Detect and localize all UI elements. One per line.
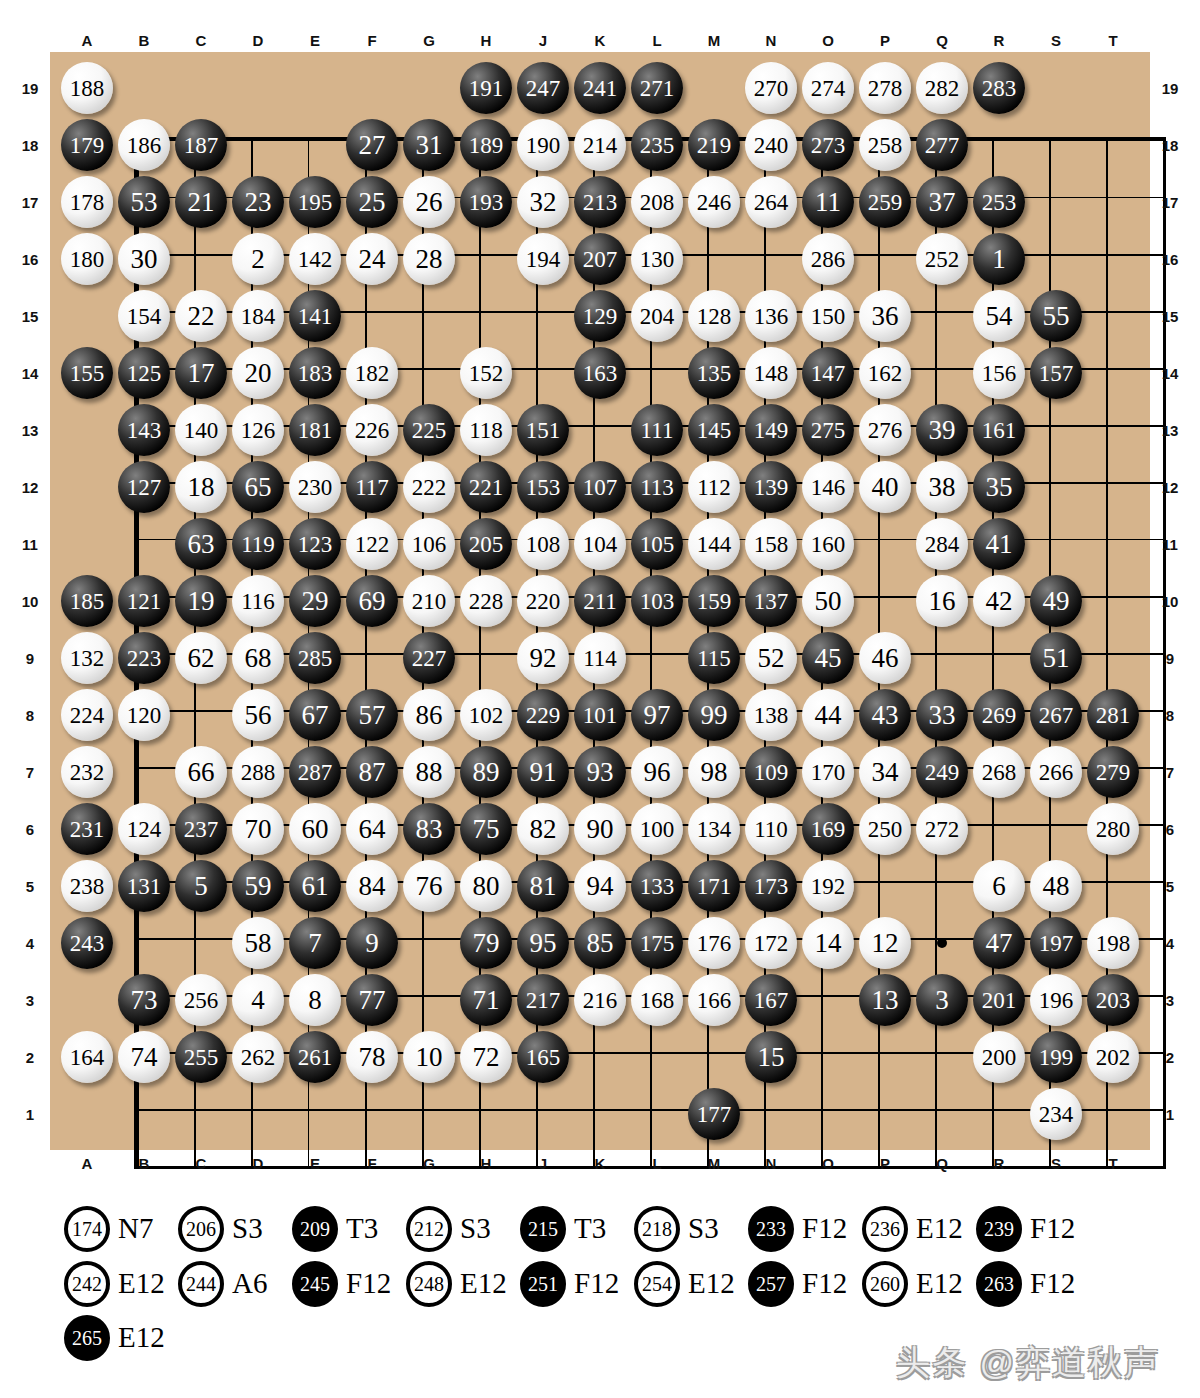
stone-O11: 160 [802,518,854,570]
stone-move-number: 25 [359,189,386,216]
stone-F7: 87 [346,746,398,798]
caption-stone-number: 254 [642,1273,672,1296]
stone-move-number: 280 [1096,818,1131,841]
stone-move-number: 109 [754,761,789,784]
stone-move-number: 118 [469,419,503,442]
stone-K10: 211 [574,575,626,627]
column-label-top: H [481,32,492,49]
caption-stone-174: 174 [64,1206,110,1252]
stone-K4: 85 [574,917,626,969]
stone-K16: 207 [574,233,626,285]
stone-move-number: 130 [640,248,675,271]
stone-move-number: 17 [188,360,215,387]
stone-move-number: 167 [754,989,789,1012]
stone-move-number: 138 [754,704,789,727]
stone-move-number: 57 [359,702,386,729]
stone-A14: 155 [61,347,113,399]
stone-move-number: 51 [1043,645,1070,672]
stone-K7: 93 [574,746,626,798]
stone-move-number: 152 [469,362,504,385]
stone-move-number: 42 [986,588,1013,615]
caption-point-label: E12 [118,1267,165,1300]
row-label-right: 3 [1166,992,1174,1009]
stone-A2: 164 [61,1031,113,1083]
caption-stone-number: 233 [756,1218,786,1241]
stone-D7: 288 [232,746,284,798]
stone-E15: 141 [289,290,341,342]
stone-move-number: 122 [355,533,390,556]
stone-move-number: 213 [583,191,618,214]
stone-move-number: 281 [1096,704,1131,727]
stone-J17: 32 [517,176,569,228]
stone-move-number: 84 [359,873,386,900]
stone-move-number: 187 [184,134,219,157]
stone-move-number: 95 [530,930,557,957]
caption-stone-number: 212 [414,1218,444,1241]
go-diagram: 头条 @弈道秋声 AABBCCDDEEFFGGHHJJKKLLMMNNOOPPQ… [0,0,1200,1398]
stone-move-number: 30 [131,246,158,273]
stone-B6: 124 [118,803,170,855]
column-label-bottom: Q [936,1155,948,1172]
caption-stone-242: 242 [64,1261,110,1307]
stone-move-number: 105 [640,533,675,556]
stone-M1: 177 [688,1088,740,1140]
stone-move-number: 171 [697,875,732,898]
stone-move-number: 151 [526,419,561,442]
stone-move-number: 12 [872,930,899,957]
stone-E11: 123 [289,518,341,570]
stone-move-number: 34 [872,759,899,786]
stone-M5: 171 [688,860,740,912]
stone-move-number: 286 [811,248,846,271]
stone-N7: 109 [745,746,797,798]
stone-S5: 48 [1030,860,1082,912]
stone-K3: 216 [574,974,626,1026]
stone-move-number: 98 [701,759,728,786]
caption-stone-260: 260 [862,1261,908,1307]
stone-S8: 267 [1030,689,1082,741]
column-label-bottom: N [766,1155,777,1172]
stone-R17: 253 [973,176,1025,228]
stone-A5: 238 [61,860,113,912]
stone-move-number: 64 [359,816,386,843]
stone-N11: 158 [745,518,797,570]
stone-D13: 126 [232,404,284,456]
stone-move-number: 53 [131,189,158,216]
stone-L3: 168 [631,974,683,1026]
stone-K8: 101 [574,689,626,741]
stone-move-number: 268 [982,761,1017,784]
stone-J10: 220 [517,575,569,627]
row-label-left: 18 [22,137,39,154]
stone-move-number: 159 [697,590,732,613]
stone-move-number: 183 [298,362,333,385]
caption-stone-number: 251 [528,1273,558,1296]
stone-L8: 97 [631,689,683,741]
stone-move-number: 267 [1039,704,1074,727]
stone-D3: 4 [232,974,284,1026]
stone-O19: 274 [802,62,854,114]
stone-move-number: 194 [526,248,561,271]
stone-move-number: 9 [365,930,379,957]
column-label-top: A [82,32,93,49]
stone-move-number: 155 [70,362,105,385]
column-label-top: E [310,32,320,49]
stone-L11: 105 [631,518,683,570]
stone-move-number: 243 [70,932,105,955]
stone-K17: 213 [574,176,626,228]
stone-move-number: 26 [416,189,443,216]
stone-M3: 166 [688,974,740,1026]
stone-move-number: 115 [697,647,731,670]
stone-J19: 247 [517,62,569,114]
stone-N6: 110 [745,803,797,855]
stone-move-number: 83 [416,816,443,843]
stone-B3: 73 [118,974,170,1026]
stone-move-number: 92 [530,645,557,672]
stone-move-number: 172 [754,932,789,955]
stone-O6: 169 [802,803,854,855]
stone-move-number: 125 [127,362,162,385]
column-label-top: D [253,32,264,49]
row-label-right: 12 [1162,479,1179,496]
column-label-bottom: R [994,1155,1005,1172]
row-label-left: 3 [26,992,34,1009]
stone-move-number: 198 [1096,932,1131,955]
stone-R14: 156 [973,347,1025,399]
stone-move-number: 8 [308,987,322,1014]
stone-F2: 78 [346,1031,398,1083]
stone-move-number: 143 [127,419,162,442]
stone-move-number: 59 [245,873,272,900]
stone-E2: 261 [289,1031,341,1083]
stone-move-number: 39 [929,417,956,444]
stone-move-number: 66 [188,759,215,786]
stone-H13: 118 [460,404,512,456]
stone-move-number: 48 [1043,873,1070,900]
stone-move-number: 32 [530,189,557,216]
row-label-right: 1 [1166,1106,1174,1123]
row-label-right: 5 [1166,878,1174,895]
stone-move-number: 200 [982,1046,1017,1069]
stone-move-number: 101 [583,704,618,727]
stone-D6: 70 [232,803,284,855]
stone-move-number: 253 [982,191,1017,214]
caption-point-label: E12 [916,1267,963,1300]
stone-move-number: 216 [583,989,618,1012]
stone-D4: 58 [232,917,284,969]
stone-R15: 54 [973,290,1025,342]
stone-R10: 42 [973,575,1025,627]
stone-move-number: 96 [644,759,671,786]
stone-move-number: 180 [70,248,105,271]
stone-move-number: 113 [640,476,674,499]
stone-move-number: 182 [355,362,390,385]
stone-F18: 27 [346,119,398,171]
row-label-left: 17 [22,194,39,211]
stone-N2: 15 [745,1031,797,1083]
caption-stone-233: 233 [748,1206,794,1252]
stone-R4: 47 [973,917,1025,969]
stone-move-number: 108 [526,533,561,556]
stone-L12: 113 [631,461,683,513]
stone-move-number: 191 [469,77,504,100]
stone-H7: 89 [460,746,512,798]
stone-move-number: 266 [1039,761,1074,784]
stone-C6: 237 [175,803,227,855]
stone-move-number: 81 [530,873,557,900]
stone-move-number: 88 [416,759,443,786]
stone-move-number: 89 [473,759,500,786]
stone-H6: 75 [460,803,512,855]
stone-Q12: 38 [916,461,968,513]
stone-move-number: 19 [188,588,215,615]
column-label-top: Q [936,32,948,49]
caption-stone-number: 265 [72,1327,102,1350]
stone-F14: 182 [346,347,398,399]
stone-move-number: 277 [925,134,960,157]
stone-J18: 190 [517,119,569,171]
stone-Q6: 272 [916,803,968,855]
row-label-left: 11 [22,536,38,553]
row-label-left: 7 [26,764,34,781]
stone-J9: 92 [517,632,569,684]
stone-move-number: 73 [131,987,158,1014]
stone-move-number: 283 [982,77,1017,100]
stone-P18: 258 [859,119,911,171]
stone-S2: 199 [1030,1031,1082,1083]
stone-A19: 188 [61,62,113,114]
stone-move-number: 100 [640,818,675,841]
stone-move-number: 186 [127,134,162,157]
caption-point-label: A6 [232,1267,267,1300]
stone-move-number: 219 [697,134,732,157]
stone-move-number: 228 [469,590,504,613]
stone-move-number: 204 [640,305,675,328]
stone-move-number: 274 [811,77,846,100]
column-label-bottom: S [1051,1155,1061,1172]
caption-point-label: S3 [688,1212,719,1245]
row-label-right: 19 [1162,80,1179,97]
stone-move-number: 250 [868,818,903,841]
stone-move-number: 162 [868,362,903,385]
stone-move-number: 93 [587,759,614,786]
stone-C2: 255 [175,1031,227,1083]
stone-C18: 187 [175,119,227,171]
stone-N19: 270 [745,62,797,114]
stone-E6: 60 [289,803,341,855]
stone-move-number: 36 [872,303,899,330]
stone-E12: 230 [289,461,341,513]
stone-move-number: 249 [925,761,960,784]
stone-move-number: 74 [131,1044,158,1071]
stone-move-number: 38 [929,474,956,501]
stone-move-number: 82 [530,816,557,843]
stone-O18: 273 [802,119,854,171]
stone-M4: 176 [688,917,740,969]
stone-move-number: 189 [469,134,504,157]
row-label-left: 2 [26,1049,34,1066]
stone-move-number: 10 [416,1044,443,1071]
caption-point-label: F12 [346,1267,391,1300]
caption-stone-number: 236 [870,1218,900,1241]
stone-S10: 49 [1030,575,1082,627]
column-label-bottom: A [82,1155,93,1172]
stone-move-number: 77 [359,987,386,1014]
stone-P19: 278 [859,62,911,114]
stone-H4: 79 [460,917,512,969]
stone-E13: 181 [289,404,341,456]
stone-E16: 142 [289,233,341,285]
stone-O4: 14 [802,917,854,969]
stone-move-number: 279 [1096,761,1131,784]
caption-point-label: F12 [1030,1267,1075,1300]
stone-move-number: 87 [359,759,386,786]
stone-J3: 217 [517,974,569,1026]
stone-move-number: 237 [184,818,219,841]
caption-stone-239: 239 [976,1206,1022,1252]
caption-point-label: E12 [688,1267,735,1300]
caption-point-label: S3 [460,1212,491,1245]
stone-move-number: 21 [188,189,215,216]
stone-F5: 84 [346,860,398,912]
caption-stone-number: 209 [300,1218,330,1241]
stone-A17: 178 [61,176,113,228]
stone-P17: 259 [859,176,911,228]
stone-G13: 225 [403,404,455,456]
stone-F13: 226 [346,404,398,456]
stone-P9: 46 [859,632,911,684]
row-label-left: 10 [22,593,39,610]
row-label-left: 9 [26,650,34,667]
row-label-right: 11 [1162,536,1178,553]
caption-point-label: F12 [574,1267,619,1300]
stone-D2: 262 [232,1031,284,1083]
column-label-bottom: K [595,1155,606,1172]
stone-move-number: 144 [697,533,732,556]
stone-H10: 228 [460,575,512,627]
stone-M14: 135 [688,347,740,399]
caption-point-label: T3 [574,1212,606,1245]
stone-M17: 246 [688,176,740,228]
stone-move-number: 176 [697,932,732,955]
stone-move-number: 69 [359,588,386,615]
stone-Q18: 277 [916,119,968,171]
row-label-left: 4 [26,935,34,952]
stone-move-number: 78 [359,1044,386,1071]
stone-move-number: 28 [416,246,443,273]
stone-S7: 266 [1030,746,1082,798]
stone-move-number: 261 [298,1046,333,1069]
row-label-left: 12 [22,479,39,496]
stone-O13: 275 [802,404,854,456]
stone-move-number: 150 [811,305,846,328]
caption-stone-209: 209 [292,1206,338,1252]
stone-L6: 100 [631,803,683,855]
stone-B18: 186 [118,119,170,171]
stone-L15: 204 [631,290,683,342]
column-label-top: G [423,32,435,49]
column-label-top: C [196,32,207,49]
stone-move-number: 195 [298,191,333,214]
stone-move-number: 33 [929,702,956,729]
stone-M18: 219 [688,119,740,171]
stone-R12: 35 [973,461,1025,513]
stone-move-number: 31 [416,132,443,159]
stone-C11: 63 [175,518,227,570]
stone-move-number: 50 [815,588,842,615]
stone-H18: 189 [460,119,512,171]
stone-O12: 146 [802,461,854,513]
stone-move-number: 79 [473,930,500,957]
stone-move-number: 7 [308,930,322,957]
row-label-right: 7 [1166,764,1174,781]
stone-move-number: 67 [302,702,329,729]
stone-move-number: 177 [697,1103,732,1126]
stone-T2: 202 [1087,1031,1139,1083]
stone-P4: 12 [859,917,911,969]
star-point-Q4 [937,938,947,948]
stone-S3: 196 [1030,974,1082,1026]
stone-G16: 28 [403,233,455,285]
stone-move-number: 141 [298,305,333,328]
stone-F8: 57 [346,689,398,741]
stone-M12: 112 [688,461,740,513]
stone-N3: 167 [745,974,797,1026]
stone-H5: 80 [460,860,512,912]
stone-move-number: 71 [473,987,500,1014]
stone-D11: 119 [232,518,284,570]
stone-move-number: 202 [1096,1046,1131,1069]
caption-stone-number: 248 [414,1273,444,1296]
stone-move-number: 169 [811,818,846,841]
stone-M11: 144 [688,518,740,570]
stone-move-number: 240 [754,134,789,157]
caption-stone-248: 248 [406,1261,452,1307]
stone-Q10: 16 [916,575,968,627]
stone-G17: 26 [403,176,455,228]
stone-move-number: 128 [697,305,732,328]
column-label-bottom: O [822,1155,834,1172]
caption-stone-245: 245 [292,1261,338,1307]
stone-move-number: 232 [70,761,105,784]
stone-S4: 197 [1030,917,1082,969]
stone-move-number: 211 [583,590,617,613]
stone-move-number: 29 [302,588,329,615]
stone-move-number: 22 [188,303,215,330]
stone-A6: 231 [61,803,113,855]
stone-move-number: 208 [640,191,675,214]
stone-move-number: 255 [184,1046,219,1069]
stone-move-number: 207 [583,248,618,271]
stone-F6: 64 [346,803,398,855]
stone-G5: 76 [403,860,455,912]
stone-move-number: 132 [70,647,105,670]
stone-K14: 163 [574,347,626,399]
stone-A9: 132 [61,632,113,684]
stone-move-number: 222 [412,476,447,499]
stone-T8: 281 [1087,689,1139,741]
stone-E7: 287 [289,746,341,798]
stone-H2: 72 [460,1031,512,1083]
stone-Q11: 284 [916,518,968,570]
stone-N9: 52 [745,632,797,684]
stone-move-number: 90 [587,816,614,843]
stone-move-number: 160 [811,533,846,556]
stone-move-number: 110 [754,818,788,841]
column-label-bottom: D [253,1155,264,1172]
stone-move-number: 168 [640,989,675,1012]
